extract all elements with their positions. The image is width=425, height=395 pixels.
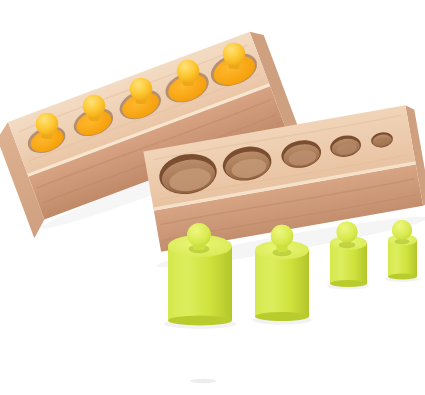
- knob-sphere: [177, 60, 200, 83]
- knob-sphere-front: [187, 223, 211, 247]
- cylinder-bottom: [255, 312, 309, 321]
- knob-sphere-front: [337, 222, 358, 243]
- knob-sphere-front: [271, 225, 293, 247]
- neck-base-shadow: [339, 242, 356, 248]
- montessori-cylinder-scene: [0, 0, 425, 395]
- cylinder-bottom: [388, 274, 417, 280]
- knob-sphere: [36, 113, 59, 136]
- green-cylinder-1: [168, 223, 232, 325]
- cylinder-body: [168, 246, 232, 321]
- knob-sphere-front: [392, 220, 412, 240]
- knob-sphere: [83, 95, 106, 118]
- green-cylinder-4: [388, 220, 417, 280]
- knob-sphere: [130, 78, 153, 101]
- knob-sphere: [223, 43, 246, 66]
- cylinder-body: [388, 240, 417, 277]
- product-photo: [0, 0, 425, 395]
- cylinder-body: [255, 250, 309, 317]
- cylinder-bottom: [168, 316, 232, 326]
- faint-floor-smudge: [190, 379, 216, 383]
- green-cylinders: [164, 220, 419, 329]
- cylinder-bottom: [330, 280, 367, 287]
